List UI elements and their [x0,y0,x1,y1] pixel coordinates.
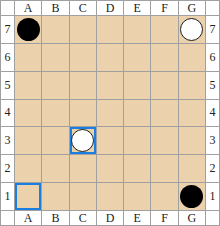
row-label-left-1: 1 [1,183,14,210]
col-label-bottom-d: D [97,211,123,225]
col-label-bottom-e: E [124,211,150,225]
square-a3[interactable] [15,127,41,154]
col-label-top-b: B [42,1,68,15]
square-g1[interactable] [179,183,205,210]
square-c3[interactable] [70,127,96,154]
square-b1[interactable] [42,183,68,210]
row-label-right-4: 4 [206,100,219,127]
square-a1[interactable] [15,183,41,210]
row-label-left-4: 4 [1,100,14,127]
col-label-bottom-a: A [15,211,41,225]
col-label-top-g: G [179,1,205,15]
col-label-bottom-b: B [42,211,68,225]
square-c2[interactable] [70,155,96,182]
col-label-top-d: D [97,1,123,15]
row-label-right-7: 7 [206,16,219,43]
square-d6[interactable] [97,44,123,71]
square-f2[interactable] [151,155,177,182]
square-g4[interactable] [179,100,205,127]
corner-bottom-left [1,211,14,225]
square-c6[interactable] [70,44,96,71]
square-e7[interactable] [124,16,150,43]
square-e1[interactable] [124,183,150,210]
corner-top-right [206,1,219,15]
square-a6[interactable] [15,44,41,71]
row-label-left-7: 7 [1,16,14,43]
row-label-left-3: 3 [1,127,14,154]
square-d3[interactable] [97,127,123,154]
square-e3[interactable] [124,127,150,154]
col-label-bottom-g: G [179,211,205,225]
black-stone[interactable] [17,18,40,41]
square-a5[interactable] [15,72,41,99]
square-b3[interactable] [42,127,68,154]
square-a4[interactable] [15,100,41,127]
row-label-left-6: 6 [1,44,14,71]
square-d5[interactable] [97,72,123,99]
square-g7[interactable] [179,16,205,43]
col-label-top-c: C [70,1,96,15]
square-e6[interactable] [124,44,150,71]
row-label-right-5: 5 [206,72,219,99]
row-label-right-2: 2 [206,155,219,182]
col-label-top-f: F [151,1,177,15]
square-e2[interactable] [124,155,150,182]
col-label-top-a: A [15,1,41,15]
square-b2[interactable] [42,155,68,182]
square-g2[interactable] [179,155,205,182]
row-label-right-6: 6 [206,44,219,71]
col-label-top-e: E [124,1,150,15]
square-g3[interactable] [179,127,205,154]
square-g5[interactable] [179,72,205,99]
square-a2[interactable] [15,155,41,182]
row-label-right-1: 1 [206,183,219,210]
col-label-bottom-c: C [70,211,96,225]
row-label-left-2: 2 [1,155,14,182]
square-f7[interactable] [151,16,177,43]
square-b5[interactable] [42,72,68,99]
corner-bottom-right [206,211,219,225]
square-e4[interactable] [124,100,150,127]
square-f5[interactable] [151,72,177,99]
square-a7[interactable] [15,16,41,43]
game-board: ABCDEFG77665544332211ABCDEFG [0,0,220,226]
row-label-right-3: 3 [206,127,219,154]
white-stone[interactable] [180,18,203,41]
square-c1[interactable] [70,183,96,210]
square-f4[interactable] [151,100,177,127]
corner-top-left [1,1,14,15]
black-stone[interactable] [180,185,203,208]
square-c7[interactable] [70,16,96,43]
square-b6[interactable] [42,44,68,71]
square-g6[interactable] [179,44,205,71]
square-e5[interactable] [124,72,150,99]
square-d1[interactable] [97,183,123,210]
square-c4[interactable] [70,100,96,127]
white-stone[interactable] [71,129,94,152]
col-label-bottom-f: F [151,211,177,225]
square-b4[interactable] [42,100,68,127]
square-d4[interactable] [97,100,123,127]
row-label-left-5: 5 [1,72,14,99]
square-f1[interactable] [151,183,177,210]
square-d7[interactable] [97,16,123,43]
square-f3[interactable] [151,127,177,154]
square-f6[interactable] [151,44,177,71]
square-c5[interactable] [70,72,96,99]
square-b7[interactable] [42,16,68,43]
square-d2[interactable] [97,155,123,182]
